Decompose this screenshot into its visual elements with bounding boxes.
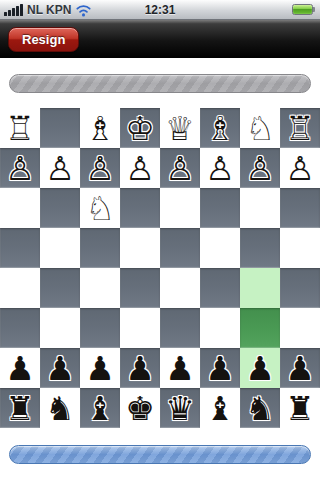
square-g3[interactable]	[40, 188, 80, 228]
square-e3[interactable]	[120, 188, 160, 228]
white-pawn: ♙	[280, 148, 320, 188]
white-pawn: ♙	[160, 148, 200, 188]
black-player-status-bar	[9, 445, 311, 464]
square-d7[interactable]: ♟	[160, 348, 200, 388]
white-knight: ♘	[80, 188, 120, 228]
square-h6[interactable]	[0, 308, 40, 348]
black-knight: ♞	[40, 388, 80, 428]
black-pawn: ♟	[200, 348, 240, 388]
black-pawn: ♟	[40, 348, 80, 388]
white-bishop: ♗	[80, 108, 120, 148]
square-h5[interactable]	[0, 268, 40, 308]
square-g2[interactable]: ♙	[40, 148, 80, 188]
square-c5[interactable]	[200, 268, 240, 308]
white-pawn: ♙	[120, 148, 160, 188]
black-pawn: ♟	[0, 348, 40, 388]
square-b5[interactable]	[240, 268, 280, 308]
black-bishop: ♝	[200, 388, 240, 428]
resign-button[interactable]: Resign	[8, 27, 79, 52]
black-bishop: ♝	[80, 388, 120, 428]
player-tray	[0, 428, 320, 480]
square-e2[interactable]: ♙	[120, 148, 160, 188]
square-a7[interactable]: ♟	[280, 348, 320, 388]
square-d5[interactable]	[160, 268, 200, 308]
square-e4[interactable]	[120, 228, 160, 268]
white-player-status-bar	[9, 74, 311, 93]
black-rook: ♜	[0, 388, 40, 428]
opponent-tray	[0, 58, 320, 108]
square-b8[interactable]: ♞	[240, 388, 280, 428]
square-c3[interactable]	[200, 188, 240, 228]
square-d3[interactable]	[160, 188, 200, 228]
square-h3[interactable]	[0, 188, 40, 228]
square-a4[interactable]	[280, 228, 320, 268]
white-king: ♔	[120, 108, 160, 148]
white-knight: ♘	[240, 108, 280, 148]
square-d2[interactable]: ♙	[160, 148, 200, 188]
square-e6[interactable]	[120, 308, 160, 348]
square-d4[interactable]	[160, 228, 200, 268]
square-a1[interactable]: ♖	[280, 108, 320, 148]
square-e7[interactable]: ♟	[120, 348, 160, 388]
square-b2[interactable]: ♙	[240, 148, 280, 188]
white-rook: ♖	[280, 108, 320, 148]
square-g6[interactable]	[40, 308, 80, 348]
square-b6[interactable]	[240, 308, 280, 348]
square-b1[interactable]: ♘	[240, 108, 280, 148]
square-h1[interactable]: ♖	[0, 108, 40, 148]
white-bishop: ♗	[200, 108, 240, 148]
square-b4[interactable]	[240, 228, 280, 268]
square-c4[interactable]	[200, 228, 240, 268]
white-pawn: ♙	[0, 148, 40, 188]
black-queen: ♛	[160, 388, 200, 428]
square-d1[interactable]: ♕	[160, 108, 200, 148]
square-e1[interactable]: ♔	[120, 108, 160, 148]
black-pawn: ♟	[280, 348, 320, 388]
square-d6[interactable]	[160, 308, 200, 348]
black-pawn: ♟	[160, 348, 200, 388]
square-g7[interactable]: ♟	[40, 348, 80, 388]
status-bar: NL KPN 12:31	[0, 0, 320, 20]
square-e8[interactable]: ♚	[120, 388, 160, 428]
black-pawn: ♟	[120, 348, 160, 388]
clock: 12:31	[0, 0, 320, 20]
square-g5[interactable]	[40, 268, 80, 308]
square-a8[interactable]: ♜	[280, 388, 320, 428]
square-f8[interactable]: ♝	[80, 388, 120, 428]
nav-bar: Resign	[0, 20, 320, 58]
square-b3[interactable]	[240, 188, 280, 228]
chess-board: ♖♗♔♕♗♘♖♙♙♙♙♙♙♙♙♘♟♟♟♟♟♟♟♟♜♞♝♚♛♝♞♜	[0, 108, 320, 428]
square-a2[interactable]: ♙	[280, 148, 320, 188]
black-knight: ♞	[240, 388, 280, 428]
square-f3[interactable]: ♘	[80, 188, 120, 228]
square-e5[interactable]	[120, 268, 160, 308]
white-pawn: ♙	[240, 148, 280, 188]
square-c2[interactable]: ♙	[200, 148, 240, 188]
square-c6[interactable]	[200, 308, 240, 348]
square-g1[interactable]	[40, 108, 80, 148]
black-king: ♚	[120, 388, 160, 428]
square-f6[interactable]	[80, 308, 120, 348]
square-a5[interactable]	[280, 268, 320, 308]
square-d8[interactable]: ♛	[160, 388, 200, 428]
white-pawn: ♙	[40, 148, 80, 188]
square-c8[interactable]: ♝	[200, 388, 240, 428]
white-queen: ♕	[160, 108, 200, 148]
square-h4[interactable]	[0, 228, 40, 268]
black-pawn: ♟	[240, 348, 280, 388]
square-f2[interactable]: ♙	[80, 148, 120, 188]
square-h7[interactable]: ♟	[0, 348, 40, 388]
square-a6[interactable]	[280, 308, 320, 348]
square-h8[interactable]: ♜	[0, 388, 40, 428]
battery-icon	[292, 4, 315, 15]
square-f1[interactable]: ♗	[80, 108, 120, 148]
white-pawn: ♙	[80, 148, 120, 188]
black-pawn: ♟	[80, 348, 120, 388]
square-f5[interactable]	[80, 268, 120, 308]
square-c1[interactable]: ♗	[200, 108, 240, 148]
square-g8[interactable]: ♞	[40, 388, 80, 428]
black-rook: ♜	[280, 388, 320, 428]
square-g4[interactable]	[40, 228, 80, 268]
square-a3[interactable]	[280, 188, 320, 228]
white-rook: ♖	[0, 108, 40, 148]
square-f7[interactable]: ♟	[80, 348, 120, 388]
square-c7[interactable]: ♟	[200, 348, 240, 388]
white-pawn: ♙	[200, 148, 240, 188]
square-b7[interactable]: ♟	[240, 348, 280, 388]
square-f4[interactable]	[80, 228, 120, 268]
square-h2[interactable]: ♙	[0, 148, 40, 188]
